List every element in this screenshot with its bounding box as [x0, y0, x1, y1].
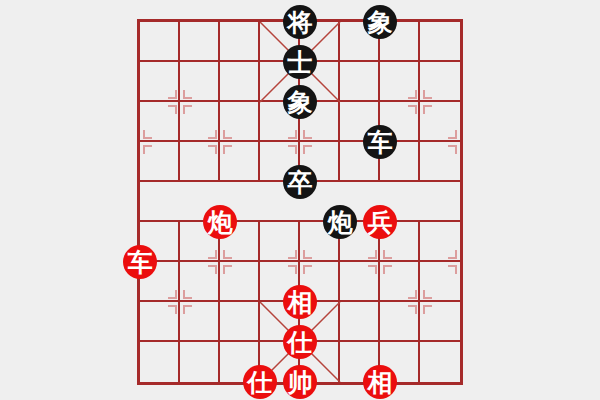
- piece-red-chariot[interactable]: 车: [123, 245, 157, 279]
- piece-red-elephant[interactable]: 相: [363, 365, 397, 399]
- piece-red-elephant[interactable]: 相: [283, 285, 317, 319]
- piece-red-advisor[interactable]: 仕: [283, 325, 317, 359]
- piece-black-chariot[interactable]: 车: [363, 125, 397, 159]
- xiangqi-app: 将象士象车卒炮炮兵车相仕仕帅相: [0, 0, 600, 400]
- pieces-layer: 将象士象车卒炮炮兵车相仕仕帅相: [140, 22, 460, 382]
- piece-red-soldier[interactable]: 兵: [363, 205, 397, 239]
- piece-black-soldier[interactable]: 卒: [283, 165, 317, 199]
- piece-black-general[interactable]: 将: [283, 5, 317, 39]
- piece-black-cannon[interactable]: 炮: [323, 205, 357, 239]
- piece-red-cannon[interactable]: 炮: [203, 205, 237, 239]
- piece-red-general[interactable]: 帅: [283, 365, 317, 399]
- piece-black-elephant[interactable]: 象: [283, 85, 317, 119]
- piece-red-advisor[interactable]: 仕: [243, 365, 277, 399]
- xiangqi-board: 将象士象车卒炮炮兵车相仕仕帅相: [137, 19, 463, 385]
- piece-black-elephant[interactable]: 象: [363, 5, 397, 39]
- piece-black-advisor[interactable]: 士: [283, 45, 317, 79]
